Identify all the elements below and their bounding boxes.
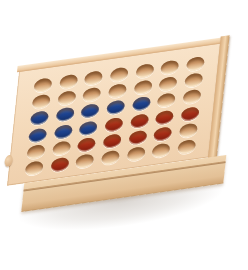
hole-r6c4[interactable] bbox=[97, 148, 124, 168]
empty-hole bbox=[24, 161, 43, 177]
empty-hole bbox=[161, 59, 180, 75]
red-disc bbox=[77, 137, 96, 153]
red-disc bbox=[130, 113, 149, 129]
empty-hole bbox=[33, 77, 52, 93]
empty-hole bbox=[57, 90, 76, 106]
blue-disc bbox=[106, 100, 125, 116]
empty-hole bbox=[159, 76, 178, 92]
empty-hole bbox=[182, 89, 201, 105]
empty-hole bbox=[84, 70, 103, 86]
red-disc bbox=[103, 133, 122, 149]
right-rail bbox=[208, 35, 230, 161]
game-box bbox=[5, 44, 226, 211]
blue-disc bbox=[81, 103, 100, 119]
empty-hole bbox=[82, 87, 101, 103]
blue-disc bbox=[30, 110, 49, 126]
red-disc bbox=[128, 130, 147, 146]
blue-disc bbox=[53, 124, 72, 140]
empty-hole bbox=[179, 122, 198, 138]
red-disc bbox=[153, 126, 172, 142]
red-disc bbox=[104, 116, 123, 132]
empty-hole bbox=[110, 66, 129, 82]
empty-hole bbox=[52, 140, 71, 156]
hole-r6c7[interactable] bbox=[173, 137, 200, 157]
connect-four-board bbox=[20, 53, 209, 178]
blue-disc bbox=[55, 107, 74, 123]
hole-r6c5[interactable] bbox=[122, 144, 149, 164]
empty-hole bbox=[177, 139, 196, 155]
empty-hole bbox=[31, 94, 50, 110]
empty-hole bbox=[126, 146, 145, 162]
empty-hole bbox=[157, 93, 176, 109]
empty-hole bbox=[108, 83, 127, 99]
product-photo-scene bbox=[0, 0, 248, 270]
hole-r6c6[interactable] bbox=[148, 141, 175, 161]
empty-hole bbox=[152, 143, 171, 159]
empty-hole bbox=[186, 56, 205, 72]
blue-disc bbox=[132, 96, 151, 112]
red-disc bbox=[155, 109, 174, 125]
empty-hole bbox=[59, 73, 78, 89]
empty-hole bbox=[135, 63, 154, 79]
blue-disc bbox=[28, 127, 47, 143]
hole-r6c3[interactable] bbox=[71, 151, 98, 171]
empty-hole bbox=[184, 72, 203, 88]
empty-hole bbox=[75, 154, 94, 170]
empty-hole bbox=[133, 79, 152, 95]
hole-r6c2[interactable] bbox=[46, 155, 73, 175]
hole-r6c1[interactable] bbox=[20, 158, 47, 178]
red-disc bbox=[181, 106, 200, 122]
empty-hole bbox=[101, 150, 120, 166]
side-peg bbox=[4, 155, 13, 167]
red-disc bbox=[50, 157, 69, 173]
empty-hole bbox=[26, 144, 45, 160]
blue-disc bbox=[79, 120, 98, 136]
